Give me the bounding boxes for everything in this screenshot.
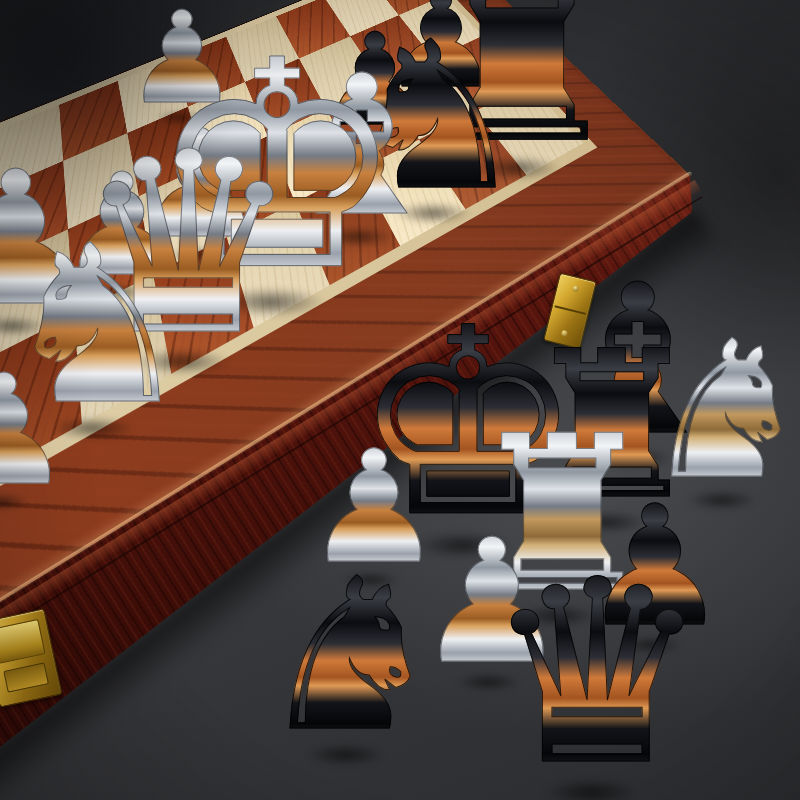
chess-product-photo: ♟♟♟♟♟♞♛♚♝♟♟♞♜♟♞♚♟♜♝♜♟♛♞ <box>0 0 800 800</box>
piece-black-queen-table: ♛ <box>483 546 711 800</box>
piece-black-knight-table: ♞ <box>256 551 444 761</box>
piece-white-pawn-a1: ♟ <box>0 355 72 507</box>
pieces-layer: ♟♟♟♟♟♞♛♚♝♟♟♞♜♟♞♚♟♜♝♜♟♛♞ <box>0 0 800 800</box>
